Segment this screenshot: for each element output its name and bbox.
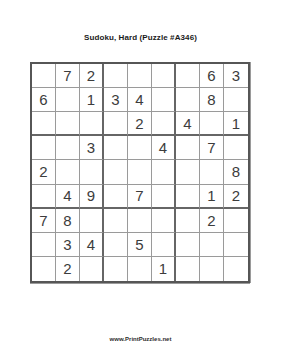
- cell-r7c7: [176, 209, 200, 233]
- cell-r9c9: [224, 257, 248, 281]
- cell-r8c8: [200, 233, 224, 257]
- cell-r1c3: 2: [80, 64, 104, 88]
- cell-r2c1: 6: [32, 88, 56, 112]
- cell-r9c2: 2: [56, 257, 80, 281]
- cell-r4c5: [128, 136, 152, 160]
- cell-r3c5: 2: [128, 112, 152, 136]
- cell-r5c9: 8: [224, 160, 248, 184]
- cell-r8c7: [176, 233, 200, 257]
- cell-r2c6: [152, 88, 176, 112]
- cell-r3c2: [56, 112, 80, 136]
- cell-r4c3: 3: [80, 136, 104, 160]
- cell-r9c4: [104, 257, 128, 281]
- cell-r6c4: [104, 185, 128, 209]
- cell-r5c1: 2: [32, 160, 56, 184]
- cell-r5c3: [80, 160, 104, 184]
- cell-r7c1: 7: [32, 209, 56, 233]
- footer-url: www.PrintPuzzles.net: [0, 336, 281, 342]
- cell-r5c5: [128, 160, 152, 184]
- cell-r9c7: [176, 257, 200, 281]
- sudoku-board: 726361348241347284971278234521: [30, 62, 250, 283]
- cell-r9c5: [128, 257, 152, 281]
- cell-r8c9: [224, 233, 248, 257]
- cell-r7c9: [224, 209, 248, 233]
- cell-r5c4: [104, 160, 128, 184]
- cell-r3c6: [152, 112, 176, 136]
- cell-r6c6: [152, 185, 176, 209]
- page: Sudoku, Hard (Puzzle #A346) 726361348241…: [0, 0, 281, 363]
- cell-r5c6: [152, 160, 176, 184]
- cell-r6c2: 4: [56, 185, 80, 209]
- cell-r6c7: [176, 185, 200, 209]
- cell-r2c8: 8: [200, 88, 224, 112]
- cell-r6c8: 1: [200, 185, 224, 209]
- cell-r4c2: [56, 136, 80, 160]
- cell-r3c4: [104, 112, 128, 136]
- cell-r4c9: [224, 136, 248, 160]
- cell-r2c2: [56, 88, 80, 112]
- cell-r3c9: 1: [224, 112, 248, 136]
- cell-r2c9: [224, 88, 248, 112]
- cell-r5c2: [56, 160, 80, 184]
- cell-r3c7: 4: [176, 112, 200, 136]
- cell-r6c1: [32, 185, 56, 209]
- cell-r1c1: [32, 64, 56, 88]
- cell-r7c8: 2: [200, 209, 224, 233]
- cell-r9c8: [200, 257, 224, 281]
- cell-r2c7: [176, 88, 200, 112]
- cell-r3c8: [200, 112, 224, 136]
- cell-r1c7: [176, 64, 200, 88]
- cell-r4c6: 4: [152, 136, 176, 160]
- cell-r6c5: 7: [128, 185, 152, 209]
- cell-r1c8: 6: [200, 64, 224, 88]
- cell-r8c1: [32, 233, 56, 257]
- cell-r1c6: [152, 64, 176, 88]
- cell-r4c1: [32, 136, 56, 160]
- cell-r9c3: [80, 257, 104, 281]
- cell-r7c2: 8: [56, 209, 80, 233]
- cell-r9c6: 1: [152, 257, 176, 281]
- cell-r2c4: 3: [104, 88, 128, 112]
- cell-r7c6: [152, 209, 176, 233]
- cell-r4c7: [176, 136, 200, 160]
- cell-r8c6: [152, 233, 176, 257]
- cell-r1c4: [104, 64, 128, 88]
- puzzle-title: Sudoku, Hard (Puzzle #A346): [0, 33, 281, 42]
- cell-r2c3: 1: [80, 88, 104, 112]
- cell-r1c5: [128, 64, 152, 88]
- cell-r7c5: [128, 209, 152, 233]
- cell-r1c2: 7: [56, 64, 80, 88]
- cell-r4c8: 7: [200, 136, 224, 160]
- cell-r5c8: [200, 160, 224, 184]
- cell-r9c1: [32, 257, 56, 281]
- cell-r8c5: 5: [128, 233, 152, 257]
- cell-r1c9: 3: [224, 64, 248, 88]
- cell-r3c1: [32, 112, 56, 136]
- cell-r7c4: [104, 209, 128, 233]
- cell-r8c3: 4: [80, 233, 104, 257]
- cell-r6c3: 9: [80, 185, 104, 209]
- cell-r7c3: [80, 209, 104, 233]
- cell-r3c3: [80, 112, 104, 136]
- cell-r5c7: [176, 160, 200, 184]
- cell-r6c9: 2: [224, 185, 248, 209]
- cell-r4c4: [104, 136, 128, 160]
- cell-r2c5: 4: [128, 88, 152, 112]
- cell-r8c4: [104, 233, 128, 257]
- cell-r8c2: 3: [56, 233, 80, 257]
